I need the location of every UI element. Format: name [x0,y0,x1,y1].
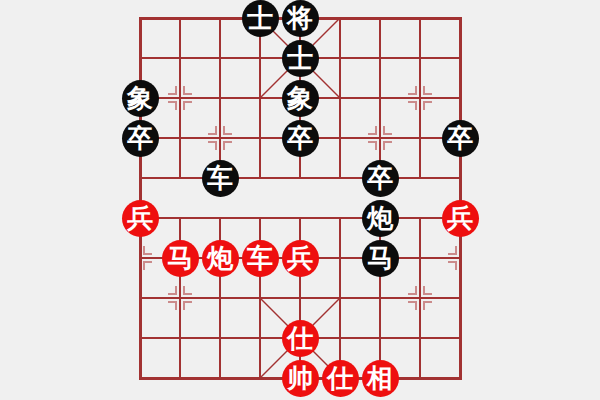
red-horse-piece[interactable]: 马 [162,240,199,277]
xiangqi-board[interactable]: 士将士象象卒卒卒车卒兵炮兵马炮车兵马仕帅仕相 [0,0,600,400]
red-elephant-piece[interactable]: 相 [362,360,399,397]
red-soldier-piece[interactable]: 兵 [442,200,479,237]
black-soldier-piece[interactable]: 卒 [122,120,159,157]
xiangqi-app: 士将士象象卒卒卒车卒兵炮兵马炮车兵马仕帅仕相 [0,0,600,400]
red-advisor-piece[interactable]: 仕 [322,360,359,397]
red-soldier-piece[interactable]: 兵 [282,240,319,277]
black-advisor-piece[interactable]: 士 [242,0,279,37]
black-advisor-piece[interactable]: 士 [282,40,319,77]
red-chariot-piece[interactable]: 车 [242,240,279,277]
black-general-piece[interactable]: 将 [282,0,319,37]
red-cannon-piece[interactable]: 炮 [202,240,239,277]
black-soldier-piece[interactable]: 卒 [442,120,479,157]
red-advisor-piece[interactable]: 仕 [282,320,319,357]
black-cannon-piece[interactable]: 炮 [362,200,399,237]
black-soldier-piece[interactable]: 卒 [362,160,399,197]
black-soldier-piece[interactable]: 卒 [282,120,319,157]
black-horse-piece[interactable]: 马 [362,240,399,277]
red-soldier-piece[interactable]: 兵 [122,200,159,237]
black-chariot-piece[interactable]: 车 [202,160,239,197]
black-elephant-piece[interactable]: 象 [122,80,159,117]
red-general-piece[interactable]: 帅 [282,360,319,397]
black-elephant-piece[interactable]: 象 [282,80,319,117]
